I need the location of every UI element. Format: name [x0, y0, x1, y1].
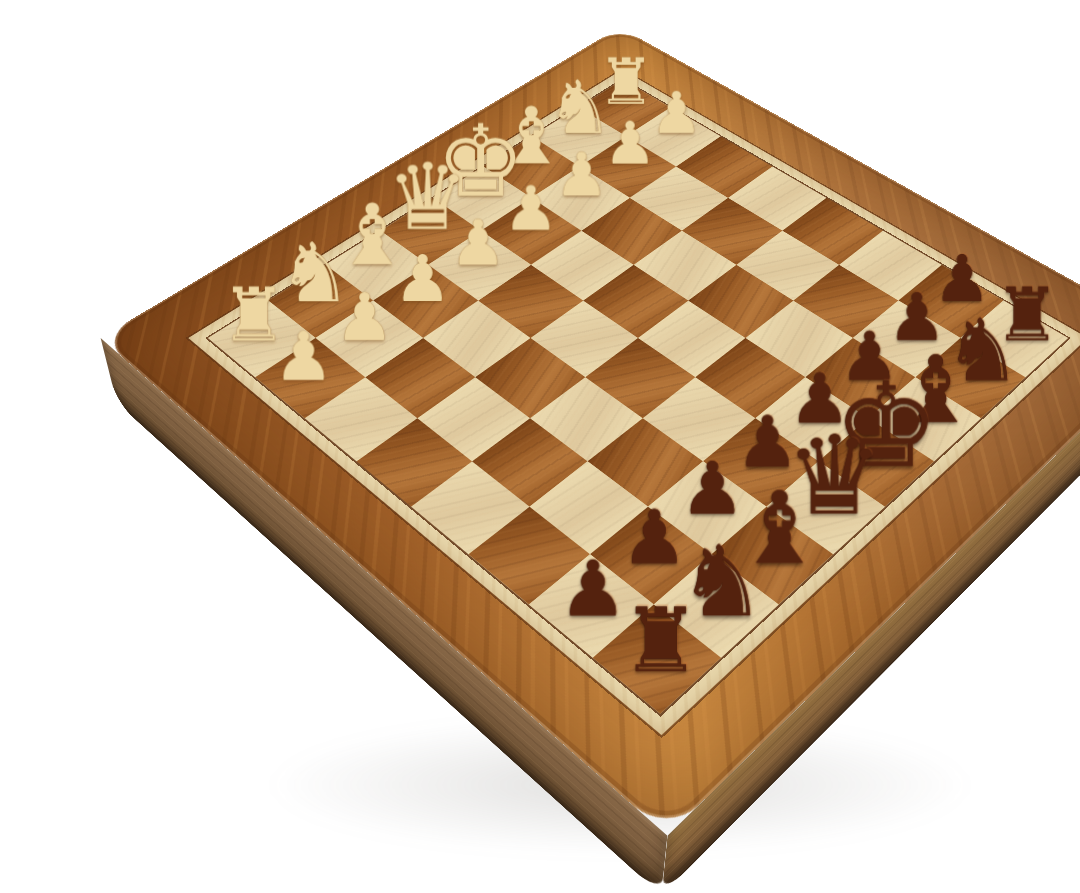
piece-white-bishop-c1: ♝: [335, 196, 411, 276]
scene: ♜♟♟♜♞♟♟♞♝♟♟♝♚♟♟♚♛♟♟♛♝♟♟♝♞♟♟♞♜♟♟♜: [0, 0, 1080, 893]
piece-black-pawn-e7: ♟: [789, 366, 851, 432]
square-b1: ♞: [268, 265, 373, 338]
square-d3: [478, 265, 583, 338]
box-top-face: ♜♟♟♜♞♟♟♞♝♟♟♝♚♟♟♚♛♟♟♛♝♟♟♝♞♟♟♞♜♟♟♜: [101, 27, 1080, 836]
square-c1: ♝: [325, 231, 428, 301]
square-h1: ♜: [578, 80, 671, 137]
chess-board: ♜♟♟♜♞♟♟♞♝♟♟♝♚♟♟♚♛♟♟♛♝♟♟♝♞♟♟♞♜♟♟♜: [208, 80, 1068, 714]
product-photo-stage: ♜♟♟♜♞♟♟♞♝♟♟♝♚♟♟♚♛♟♟♛♝♟♟♝♞♟♟♞♜♟♟♜: [0, 0, 1080, 893]
piece-white-rook-a1: ♜: [221, 279, 287, 349]
board-inlay-border: ♜♟♟♜♞♟♟♞♝♟♟♝♚♟♟♚♛♟♟♛♝♟♟♝♞♟♟♞♜♟♟♜: [188, 70, 1080, 735]
piece-black-pawn-h7: ♟: [933, 249, 991, 310]
chess-box: ♜♟♟♜♞♟♟♞♝♟♟♝♚♟♟♚♛♟♟♛♝♟♟♝♞♟♟♞♜♟♟♜: [101, 27, 1080, 836]
square-b3: [365, 338, 475, 418]
piece-black-rook-h8: ♜: [994, 279, 1060, 349]
piece-white-rook-h1: ♜: [598, 52, 655, 112]
